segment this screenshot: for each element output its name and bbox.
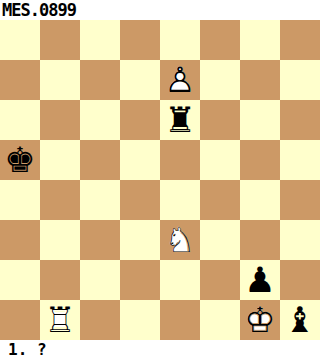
square-g4[interactable]	[240, 180, 280, 220]
piece-black-pawn: ♟	[240, 260, 280, 300]
square-c4[interactable]	[80, 180, 120, 220]
square-b3[interactable]	[40, 220, 80, 260]
square-h8[interactable]	[280, 20, 320, 60]
square-d7[interactable]	[120, 60, 160, 100]
square-c7[interactable]	[80, 60, 120, 100]
square-e7[interactable]: ♟♙	[160, 60, 200, 100]
square-e3[interactable]: ♞♘	[160, 220, 200, 260]
square-b1[interactable]: ♜♖	[40, 300, 80, 340]
square-g3[interactable]	[240, 220, 280, 260]
square-f3[interactable]	[200, 220, 240, 260]
square-h2[interactable]	[280, 260, 320, 300]
chess-board: ♟♙♜♚♞♘♟♜♖♚♔♝	[0, 20, 320, 340]
square-d6[interactable]	[120, 100, 160, 140]
square-h1[interactable]: ♝	[280, 300, 320, 340]
square-g2[interactable]: ♟	[240, 260, 280, 300]
puzzle-id: MES.0899	[0, 0, 320, 20]
square-d1[interactable]	[120, 300, 160, 340]
square-g1[interactable]: ♚♔	[240, 300, 280, 340]
piece-black-bishop: ♝	[280, 300, 320, 340]
square-a8[interactable]	[0, 20, 40, 60]
square-a5[interactable]: ♚	[0, 140, 40, 180]
piece-white-knight: ♞♘	[160, 220, 200, 260]
square-f7[interactable]	[200, 60, 240, 100]
square-g7[interactable]	[240, 60, 280, 100]
square-h4[interactable]	[280, 180, 320, 220]
square-f5[interactable]	[200, 140, 240, 180]
square-a4[interactable]	[0, 180, 40, 220]
square-c3[interactable]	[80, 220, 120, 260]
square-h7[interactable]	[280, 60, 320, 100]
square-c8[interactable]	[80, 20, 120, 60]
square-c1[interactable]	[80, 300, 120, 340]
piece-black-king: ♚	[0, 140, 40, 180]
square-f2[interactable]	[200, 260, 240, 300]
square-e1[interactable]	[160, 300, 200, 340]
square-a7[interactable]	[0, 60, 40, 100]
square-d3[interactable]	[120, 220, 160, 260]
square-e4[interactable]	[160, 180, 200, 220]
square-b6[interactable]	[40, 100, 80, 140]
square-g6[interactable]	[240, 100, 280, 140]
square-b5[interactable]	[40, 140, 80, 180]
square-c6[interactable]	[80, 100, 120, 140]
chess-puzzle-window: MES.0899 ♟♙♜♚♞♘♟♜♖♚♔♝ 1. ?	[0, 0, 320, 360]
piece-white-rook: ♜♖	[40, 300, 80, 340]
piece-white-pawn: ♟♙	[160, 60, 200, 100]
square-g8[interactable]	[240, 20, 280, 60]
square-d2[interactable]	[120, 260, 160, 300]
square-f1[interactable]	[200, 300, 240, 340]
square-b8[interactable]	[40, 20, 80, 60]
move-prompt: 1. ?	[0, 340, 320, 360]
square-b7[interactable]	[40, 60, 80, 100]
square-e8[interactable]	[160, 20, 200, 60]
square-d4[interactable]	[120, 180, 160, 220]
title-bar: MES.0899	[0, 0, 320, 20]
square-e6[interactable]: ♜	[160, 100, 200, 140]
square-d5[interactable]	[120, 140, 160, 180]
square-h5[interactable]	[280, 140, 320, 180]
square-a2[interactable]	[0, 260, 40, 300]
square-f6[interactable]	[200, 100, 240, 140]
square-a1[interactable]	[0, 300, 40, 340]
square-c2[interactable]	[80, 260, 120, 300]
square-a6[interactable]	[0, 100, 40, 140]
square-b4[interactable]	[40, 180, 80, 220]
square-d8[interactable]	[120, 20, 160, 60]
square-g5[interactable]	[240, 140, 280, 180]
piece-white-king: ♚♔	[240, 300, 280, 340]
square-f8[interactable]	[200, 20, 240, 60]
footer-bar: 1. ?	[0, 340, 320, 360]
piece-black-rook: ♜	[160, 100, 200, 140]
square-h3[interactable]	[280, 220, 320, 260]
square-b2[interactable]	[40, 260, 80, 300]
square-e2[interactable]	[160, 260, 200, 300]
square-f4[interactable]	[200, 180, 240, 220]
square-h6[interactable]	[280, 100, 320, 140]
square-e5[interactable]	[160, 140, 200, 180]
square-a3[interactable]	[0, 220, 40, 260]
square-c5[interactable]	[80, 140, 120, 180]
